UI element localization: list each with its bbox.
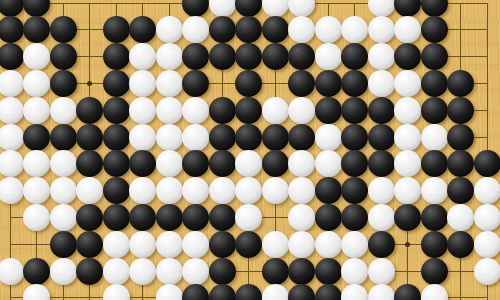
black-stone[interactable] [341,204,368,231]
black-stone[interactable] [262,16,289,43]
black-stone[interactable] [447,231,474,258]
white-stone[interactable] [182,231,209,258]
white-stone[interactable] [447,204,474,231]
white-stone[interactable] [129,258,156,285]
black-stone[interactable] [0,43,24,70]
white-stone[interactable] [50,258,77,285]
black-stone[interactable] [76,258,103,285]
black-stone[interactable] [315,97,342,124]
white-stone[interactable] [421,284,448,300]
white-stone[interactable] [315,231,342,258]
white-stone[interactable] [23,177,50,204]
black-stone[interactable] [421,16,448,43]
black-stone[interactable] [421,150,448,177]
white-stone[interactable] [262,231,289,258]
black-stone[interactable] [235,70,262,97]
black-stone[interactable] [209,150,236,177]
white-stone[interactable] [288,97,315,124]
white-stone[interactable] [156,231,183,258]
black-stone[interactable] [474,150,500,177]
black-stone[interactable] [447,97,474,124]
black-stone[interactable] [235,124,262,151]
white-stone[interactable] [474,177,500,204]
star-point [405,242,410,247]
white-stone[interactable] [156,177,183,204]
white-stone[interactable] [103,284,130,300]
white-stone[interactable] [182,97,209,124]
black-stone[interactable] [315,177,342,204]
white-stone[interactable] [156,124,183,151]
white-stone[interactable] [50,150,77,177]
white-stone[interactable] [0,124,24,151]
white-stone[interactable] [315,150,342,177]
white-stone[interactable] [182,124,209,151]
white-stone[interactable] [23,97,50,124]
black-stone[interactable] [209,16,236,43]
white-stone[interactable] [50,177,77,204]
white-stone[interactable] [474,204,500,231]
black-stone[interactable] [262,258,289,285]
black-stone[interactable] [103,177,130,204]
black-stone[interactable] [341,177,368,204]
white-stone[interactable] [341,231,368,258]
white-stone[interactable] [394,97,421,124]
black-stone[interactable] [103,16,130,43]
black-stone[interactable] [288,124,315,151]
black-stone[interactable] [341,124,368,151]
white-stone[interactable] [262,177,289,204]
black-stone[interactable] [341,97,368,124]
white-stone[interactable] [209,177,236,204]
black-stone[interactable] [421,70,448,97]
white-stone[interactable] [0,70,24,97]
white-stone[interactable] [368,258,395,285]
white-stone[interactable] [368,204,395,231]
white-stone[interactable] [474,258,500,285]
black-stone[interactable] [235,43,262,70]
black-stone[interactable] [50,124,77,151]
black-stone[interactable] [421,258,448,285]
black-stone[interactable] [103,43,130,70]
white-stone[interactable] [341,258,368,285]
white-stone[interactable] [315,16,342,43]
black-stone[interactable] [262,43,289,70]
white-stone[interactable] [129,124,156,151]
white-stone[interactable] [129,231,156,258]
white-stone[interactable] [368,16,395,43]
black-stone[interactable] [103,124,130,151]
white-stone[interactable] [262,284,289,300]
white-stone[interactable] [156,70,183,97]
white-stone[interactable] [235,177,262,204]
black-stone[interactable] [421,204,448,231]
white-stone[interactable] [129,43,156,70]
black-stone[interactable] [235,97,262,124]
white-stone[interactable] [103,231,130,258]
black-stone[interactable] [209,43,236,70]
black-stone[interactable] [368,231,395,258]
white-stone[interactable] [368,70,395,97]
white-stone[interactable] [129,70,156,97]
black-stone[interactable] [209,204,236,231]
black-stone[interactable] [421,231,448,258]
white-stone[interactable] [288,204,315,231]
white-stone[interactable] [262,97,289,124]
black-stone[interactable] [421,43,448,70]
white-stone[interactable] [50,204,77,231]
white-stone[interactable] [156,43,183,70]
black-stone[interactable] [103,97,130,124]
black-stone[interactable] [182,204,209,231]
black-stone[interactable] [394,204,421,231]
black-stone[interactable] [50,43,77,70]
white-stone[interactable] [182,177,209,204]
go-board[interactable] [0,0,500,300]
black-stone[interactable] [262,150,289,177]
black-stone[interactable] [421,97,448,124]
black-stone[interactable] [103,204,130,231]
white-stone[interactable] [129,97,156,124]
white-stone[interactable] [156,258,183,285]
white-stone[interactable] [315,124,342,151]
black-stone[interactable] [235,231,262,258]
black-stone[interactable] [182,70,209,97]
black-stone[interactable] [76,204,103,231]
black-stone[interactable] [76,97,103,124]
white-stone[interactable] [156,150,183,177]
white-stone[interactable] [394,177,421,204]
white-stone[interactable] [235,204,262,231]
white-stone[interactable] [0,258,24,285]
black-stone[interactable] [50,16,77,43]
white-stone[interactable] [23,43,50,70]
black-stone[interactable] [23,124,50,151]
white-stone[interactable] [23,204,50,231]
black-stone[interactable] [50,70,77,97]
black-stone[interactable] [103,150,130,177]
black-stone[interactable] [50,231,77,258]
black-stone[interactable] [341,70,368,97]
black-stone[interactable] [394,43,421,70]
white-stone[interactable] [156,284,183,300]
black-stone[interactable] [315,258,342,285]
white-stone[interactable] [0,177,24,204]
white-stone[interactable] [103,258,130,285]
black-stone[interactable] [209,231,236,258]
white-stone[interactable] [315,43,342,70]
white-stone[interactable] [129,177,156,204]
white-stone[interactable] [394,70,421,97]
black-stone[interactable] [447,124,474,151]
black-stone[interactable] [103,70,130,97]
white-stone[interactable] [76,177,103,204]
black-stone[interactable] [368,97,395,124]
black-stone[interactable] [315,284,342,300]
black-stone[interactable] [288,70,315,97]
black-stone[interactable] [209,97,236,124]
white-stone[interactable] [394,124,421,151]
white-stone[interactable] [421,177,448,204]
star-point [87,81,92,86]
white-stone[interactable] [50,97,77,124]
white-stone[interactable] [288,177,315,204]
black-stone[interactable] [315,70,342,97]
white-stone[interactable] [288,231,315,258]
black-stone[interactable] [447,70,474,97]
black-stone[interactable] [76,124,103,151]
white-stone[interactable] [368,177,395,204]
black-stone[interactable] [288,258,315,285]
black-stone[interactable] [129,204,156,231]
white-stone[interactable] [182,258,209,285]
white-stone[interactable] [156,16,183,43]
black-stone[interactable] [341,43,368,70]
black-stone[interactable] [262,124,289,151]
black-stone[interactable] [156,204,183,231]
black-stone[interactable] [76,231,103,258]
black-stone[interactable] [368,150,395,177]
black-stone[interactable] [288,43,315,70]
white-stone[interactable] [156,97,183,124]
white-stone[interactable] [368,284,395,300]
black-stone[interactable] [23,258,50,285]
white-stone[interactable] [368,43,395,70]
black-stone[interactable] [315,204,342,231]
black-stone[interactable] [447,177,474,204]
black-stone[interactable] [209,258,236,285]
white-stone[interactable] [421,124,448,151]
white-stone[interactable] [0,97,24,124]
black-stone[interactable] [368,124,395,151]
black-stone[interactable] [209,124,236,151]
white-stone[interactable] [23,70,50,97]
black-stone[interactable] [182,43,209,70]
white-stone[interactable] [474,231,500,258]
black-stone[interactable] [209,284,236,300]
